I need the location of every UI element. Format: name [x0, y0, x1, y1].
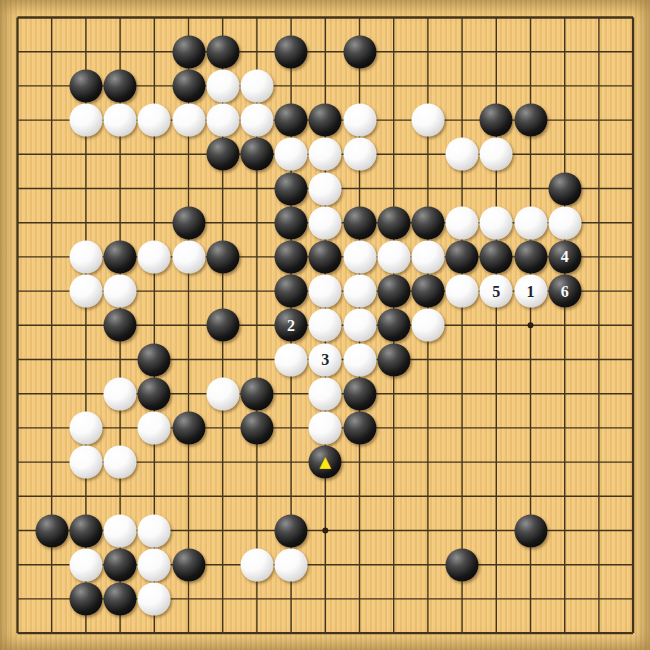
stone-black [377, 309, 410, 342]
stone-black [446, 548, 479, 581]
stone-black [104, 309, 137, 342]
stone-black [104, 548, 137, 581]
move-number-label: 3 [309, 343, 342, 376]
stone-white [69, 411, 102, 444]
stone-white [69, 240, 102, 273]
stone-black [343, 411, 376, 444]
stone-white [411, 240, 444, 273]
stone-white [514, 206, 547, 239]
stone-black: 6 [548, 275, 581, 308]
move-number-label: 6 [548, 275, 581, 308]
stone-black [240, 411, 273, 444]
stone-black: 4 [548, 240, 581, 273]
stone-white [104, 104, 137, 137]
stone-white [411, 104, 444, 137]
stone-black [514, 514, 547, 547]
stone-white [480, 206, 513, 239]
stone-white: 1 [514, 275, 547, 308]
stone-black [377, 343, 410, 376]
stone-black: ▲ [309, 446, 342, 479]
stone-black [343, 206, 376, 239]
stone-black [104, 582, 137, 615]
stone-black [377, 206, 410, 239]
stone-white [309, 206, 342, 239]
stone-white [104, 377, 137, 410]
stone-black [35, 514, 68, 547]
stone-white [138, 582, 171, 615]
stone-black [69, 69, 102, 102]
stone-white [377, 240, 410, 273]
stone-black [138, 377, 171, 410]
stone-white [446, 275, 479, 308]
stone-white [309, 275, 342, 308]
stone-white [309, 411, 342, 444]
stone-white [240, 104, 273, 137]
stone-white [240, 548, 273, 581]
stone-black [172, 206, 205, 239]
stone-black [411, 206, 444, 239]
stone-black [309, 104, 342, 137]
stone-black [514, 104, 547, 137]
stone-white [480, 138, 513, 171]
stone-white [69, 275, 102, 308]
stone-black [275, 514, 308, 547]
stone-white [206, 69, 239, 102]
stone-white [275, 548, 308, 581]
stone-black [446, 240, 479, 273]
stone-white [206, 104, 239, 137]
stone-white [343, 309, 376, 342]
stone-black [411, 275, 444, 308]
move-number-label: 2 [275, 309, 308, 342]
triangle-marker: ▲ [309, 446, 342, 479]
stone-white [172, 240, 205, 273]
stone-black [138, 343, 171, 376]
go-board[interactable]: 451623▲ [0, 0, 650, 650]
stone-white [309, 309, 342, 342]
stone-white: 5 [480, 275, 513, 308]
stone-black [172, 548, 205, 581]
stone-black [480, 240, 513, 273]
stone-white [104, 514, 137, 547]
stone-black [275, 240, 308, 273]
stone-black [172, 69, 205, 102]
stone-black [240, 377, 273, 410]
move-number-label: 1 [514, 275, 547, 308]
stone-white [343, 240, 376, 273]
stone-black [275, 206, 308, 239]
stone-white [309, 377, 342, 410]
stone-black [343, 35, 376, 68]
stone-black: 2 [275, 309, 308, 342]
stone-black [240, 138, 273, 171]
stone-white: 3 [309, 343, 342, 376]
stone-white [138, 104, 171, 137]
star-point [322, 528, 328, 534]
stone-black [206, 309, 239, 342]
stone-white [69, 446, 102, 479]
stone-black [548, 172, 581, 205]
stone-black [275, 172, 308, 205]
stone-white [343, 275, 376, 308]
stone-white [138, 411, 171, 444]
stone-white [275, 343, 308, 376]
stone-black [206, 138, 239, 171]
stone-black [172, 411, 205, 444]
star-point [528, 322, 534, 328]
stone-white [343, 104, 376, 137]
stone-black [275, 104, 308, 137]
stone-black [275, 35, 308, 68]
stone-black [514, 240, 547, 273]
stone-white [446, 138, 479, 171]
stone-white [309, 172, 342, 205]
stone-black [172, 35, 205, 68]
stone-white [206, 377, 239, 410]
move-number-label: 5 [480, 275, 513, 308]
stone-black [309, 240, 342, 273]
stone-white [104, 446, 137, 479]
stone-white [69, 548, 102, 581]
move-number-label: 4 [548, 240, 581, 273]
stone-white [69, 104, 102, 137]
stone-white [138, 514, 171, 547]
stone-white [309, 138, 342, 171]
stone-white [343, 138, 376, 171]
stone-black [104, 69, 137, 102]
stone-black [275, 275, 308, 308]
stone-white [548, 206, 581, 239]
stone-black [343, 377, 376, 410]
stone-white [446, 206, 479, 239]
stone-white [172, 104, 205, 137]
stone-black [69, 514, 102, 547]
stone-black [480, 104, 513, 137]
stone-black [206, 240, 239, 273]
stone-black [206, 35, 239, 68]
stone-white [138, 240, 171, 273]
stone-white [240, 69, 273, 102]
stone-white [343, 343, 376, 376]
stone-white [275, 138, 308, 171]
stone-white [138, 548, 171, 581]
stone-black [104, 240, 137, 273]
stone-black [69, 582, 102, 615]
stone-white [104, 275, 137, 308]
stone-black [377, 275, 410, 308]
stone-white [411, 309, 444, 342]
